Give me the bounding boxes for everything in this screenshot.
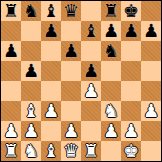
black-pawn-piece[interactable]: ♟ xyxy=(63,41,79,61)
square-d7[interactable] xyxy=(61,21,81,41)
square-a2[interactable]: ♟ xyxy=(1,121,21,141)
black-pawn-piece[interactable]: ♟ xyxy=(43,21,59,41)
square-c4[interactable] xyxy=(41,81,61,101)
square-a5[interactable] xyxy=(1,61,21,81)
square-e8[interactable] xyxy=(81,1,101,21)
white-pawn-piece[interactable]: ♟ xyxy=(123,121,139,141)
square-h1[interactable] xyxy=(141,141,161,161)
square-g7[interactable]: ♟ xyxy=(121,21,141,41)
square-b4[interactable] xyxy=(21,81,41,101)
square-h8[interactable] xyxy=(141,1,161,21)
white-pawn-piece[interactable]: ♟ xyxy=(83,81,99,101)
black-bishop-piece[interactable]: ♝ xyxy=(43,1,59,21)
square-h3[interactable]: ♟ xyxy=(141,101,161,121)
square-b7[interactable] xyxy=(21,21,41,41)
square-c8[interactable]: ♝ xyxy=(41,1,61,21)
square-c2[interactable] xyxy=(41,121,61,141)
square-f2[interactable]: ♟ xyxy=(101,121,121,141)
square-d6[interactable]: ♟ xyxy=(61,41,81,61)
square-a4[interactable] xyxy=(1,81,21,101)
black-pawn-piece[interactable]: ♟ xyxy=(3,41,19,61)
black-rook-piece[interactable]: ♜ xyxy=(103,1,119,21)
square-g6[interactable] xyxy=(121,41,141,61)
square-c6[interactable] xyxy=(41,41,61,61)
black-pawn-piece[interactable]: ♟ xyxy=(23,61,39,81)
black-pawn-piece[interactable]: ♟ xyxy=(103,21,119,41)
square-h7[interactable]: ♟ xyxy=(141,21,161,41)
white-pawn-piece[interactable]: ♟ xyxy=(63,121,79,141)
square-a7[interactable] xyxy=(1,21,21,41)
square-b1[interactable]: ♞ xyxy=(21,141,41,161)
square-b8[interactable]: ♞ xyxy=(21,1,41,21)
square-e3[interactable] xyxy=(81,101,101,121)
black-pawn-piece[interactable]: ♟ xyxy=(143,21,159,41)
white-queen-piece[interactable]: ♛ xyxy=(63,141,79,161)
black-queen-piece[interactable]: ♛ xyxy=(63,1,79,21)
white-bishop-piece[interactable]: ♝ xyxy=(23,101,39,121)
black-rook-piece[interactable]: ♜ xyxy=(3,1,19,21)
square-a3[interactable] xyxy=(1,101,21,121)
square-b6[interactable] xyxy=(21,41,41,61)
black-bishop-piece[interactable]: ♝ xyxy=(83,21,99,41)
white-pawn-piece[interactable]: ♟ xyxy=(43,101,59,121)
white-pawn-piece[interactable]: ♟ xyxy=(23,121,39,141)
white-rook-piece[interactable]: ♜ xyxy=(83,141,99,161)
white-rook-piece[interactable]: ♜ xyxy=(3,141,19,161)
square-d3[interactable] xyxy=(61,101,81,121)
square-a6[interactable]: ♟ xyxy=(1,41,21,61)
square-a1[interactable]: ♜ xyxy=(1,141,21,161)
black-pawn-piece[interactable]: ♟ xyxy=(123,21,139,41)
white-bishop-piece[interactable]: ♝ xyxy=(43,141,59,161)
white-pawn-piece[interactable]: ♟ xyxy=(143,101,159,121)
square-d8[interactable]: ♛ xyxy=(61,1,81,21)
square-d2[interactable]: ♟ xyxy=(61,121,81,141)
black-pawn-piece[interactable]: ♟ xyxy=(83,61,99,81)
square-b3[interactable]: ♝ xyxy=(21,101,41,121)
white-pawn-piece[interactable]: ♟ xyxy=(103,121,119,141)
square-a8[interactable]: ♜ xyxy=(1,1,21,21)
square-c3[interactable]: ♟ xyxy=(41,101,61,121)
black-knight-piece[interactable]: ♞ xyxy=(23,1,39,21)
square-f3[interactable]: ♞ xyxy=(101,101,121,121)
black-knight-piece[interactable]: ♞ xyxy=(103,41,119,61)
white-knight-piece[interactable]: ♞ xyxy=(103,101,119,121)
square-d4[interactable] xyxy=(61,81,81,101)
square-d1[interactable]: ♛ xyxy=(61,141,81,161)
white-knight-piece[interactable]: ♞ xyxy=(23,141,39,161)
white-pawn-piece[interactable]: ♟ xyxy=(3,121,19,141)
square-e4[interactable]: ♟ xyxy=(81,81,101,101)
square-h2[interactable] xyxy=(141,121,161,141)
chess-board: ♜♞♝♛♜♚♟♝♟♟♟♟♟♞♟♟♟♝♟♞♟♟♟♟♟♟♜♞♝♛♜♚ xyxy=(0,0,162,162)
square-b5[interactable]: ♟ xyxy=(21,61,41,81)
square-g3[interactable] xyxy=(121,101,141,121)
square-g4[interactable] xyxy=(121,81,141,101)
square-c1[interactable]: ♝ xyxy=(41,141,61,161)
square-g1[interactable]: ♚ xyxy=(121,141,141,161)
square-e1[interactable]: ♜ xyxy=(81,141,101,161)
square-c5[interactable] xyxy=(41,61,61,81)
square-f1[interactable] xyxy=(101,141,121,161)
square-g5[interactable] xyxy=(121,61,141,81)
square-e2[interactable] xyxy=(81,121,101,141)
square-b2[interactable]: ♟ xyxy=(21,121,41,141)
square-c7[interactable]: ♟ xyxy=(41,21,61,41)
square-f7[interactable]: ♟ xyxy=(101,21,121,41)
square-e5[interactable]: ♟ xyxy=(81,61,101,81)
square-e7[interactable]: ♝ xyxy=(81,21,101,41)
square-h4[interactable] xyxy=(141,81,161,101)
square-d5[interactable] xyxy=(61,61,81,81)
black-king-piece[interactable]: ♚ xyxy=(123,1,139,21)
square-h6[interactable] xyxy=(141,41,161,61)
square-g8[interactable]: ♚ xyxy=(121,1,141,21)
square-f4[interactable] xyxy=(101,81,121,101)
square-f6[interactable]: ♞ xyxy=(101,41,121,61)
square-e6[interactable] xyxy=(81,41,101,61)
white-king-piece[interactable]: ♚ xyxy=(123,141,139,161)
square-h5[interactable] xyxy=(141,61,161,81)
square-f5[interactable] xyxy=(101,61,121,81)
square-f8[interactable]: ♜ xyxy=(101,1,121,21)
square-g2[interactable]: ♟ xyxy=(121,121,141,141)
